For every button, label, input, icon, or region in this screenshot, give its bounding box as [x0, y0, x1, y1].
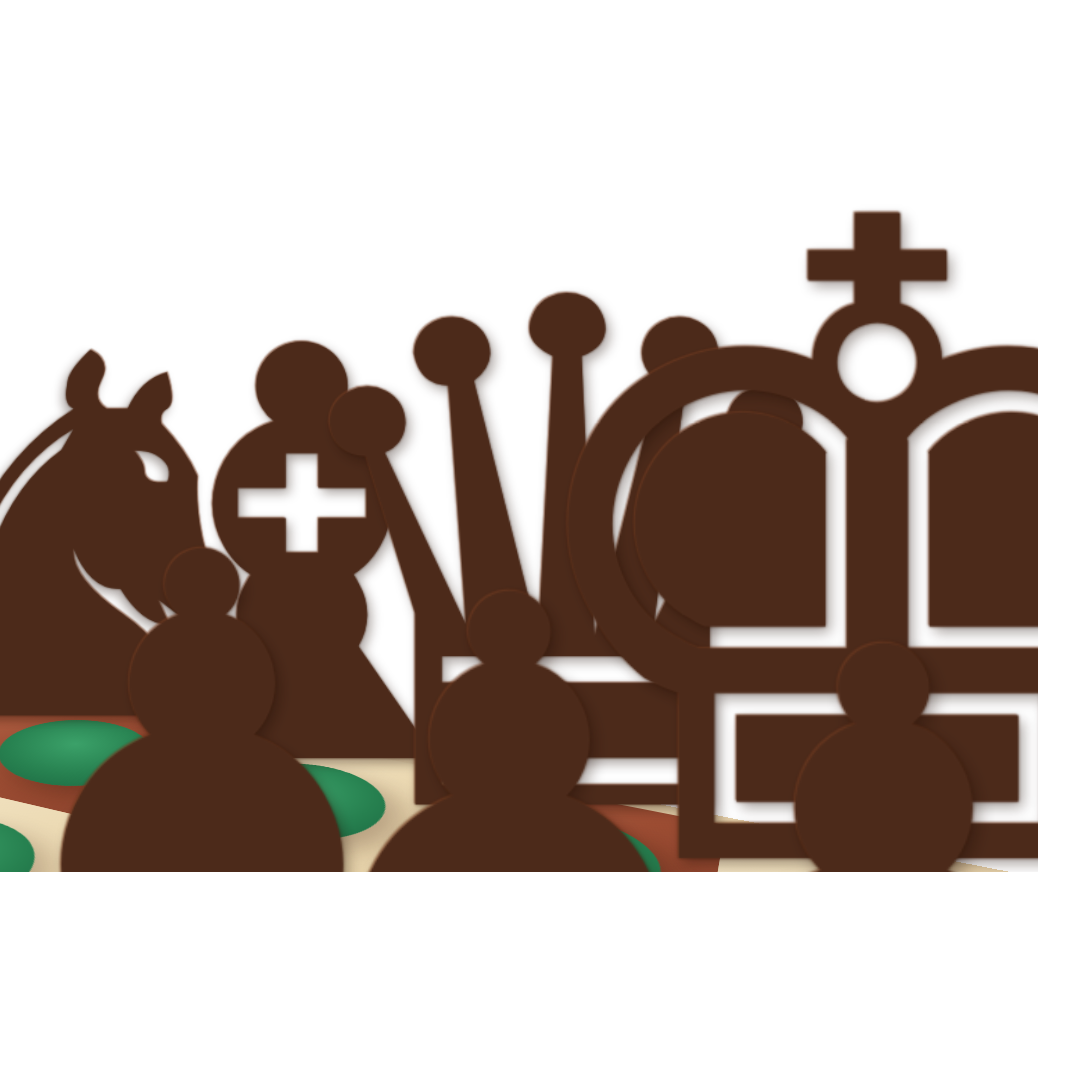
photo-crop-bottom: [0, 872, 1080, 1080]
chess-set-photo: ♜♞♝♛♚♝♞♜♟♟♟♟♟♟♟♟: [0, 0, 1080, 1080]
